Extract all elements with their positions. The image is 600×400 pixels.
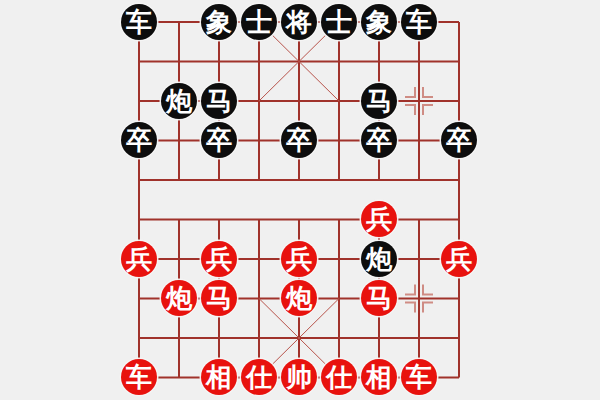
piece-red-rook[interactable]: 车: [121, 359, 157, 395]
piece-red-horse[interactable]: 马: [361, 280, 397, 316]
piece-red-soldier[interactable]: 兵: [281, 241, 317, 277]
piece-red-soldier[interactable]: 兵: [441, 241, 477, 277]
piece-black-soldier[interactable]: 卒: [361, 122, 397, 158]
piece-black-general[interactable]: 将: [281, 4, 317, 40]
piece-black-advisor[interactable]: 士: [241, 4, 277, 40]
piece-red-advisor[interactable]: 仕: [321, 359, 357, 395]
piece-black-soldier[interactable]: 卒: [281, 122, 317, 158]
piece-black-soldier[interactable]: 卒: [441, 122, 477, 158]
inner-file-lines: [179, 22, 419, 378]
xiangqi-board[interactable]: 车象士将士象车炮马马卒卒卒卒卒兵兵兵兵炮兵炮马炮马车相仕帅仕相车: [0, 0, 600, 400]
piece-red-soldier[interactable]: 兵: [121, 241, 157, 277]
piece-red-elephant[interactable]: 相: [201, 359, 237, 395]
piece-red-soldier[interactable]: 兵: [361, 201, 397, 237]
piece-black-advisor[interactable]: 士: [321, 4, 357, 40]
board-grid: [137, 20, 461, 380]
piece-black-cannon[interactable]: 炮: [161, 83, 197, 119]
piece-red-rook[interactable]: 车: [401, 359, 437, 395]
piece-black-rook[interactable]: 车: [401, 4, 437, 40]
piece-black-rook[interactable]: 车: [121, 4, 157, 40]
piece-red-cannon[interactable]: 炮: [161, 280, 197, 316]
piece-red-elephant[interactable]: 相: [361, 359, 397, 395]
piece-black-horse[interactable]: 马: [201, 83, 237, 119]
piece-red-soldier[interactable]: 兵: [201, 241, 237, 277]
piece-red-general[interactable]: 帅: [281, 359, 317, 395]
piece-red-advisor[interactable]: 仕: [241, 359, 277, 395]
piece-red-cannon[interactable]: 炮: [281, 280, 317, 316]
piece-black-cannon[interactable]: 炮: [361, 241, 397, 277]
piece-black-elephant[interactable]: 象: [361, 4, 397, 40]
piece-black-soldier[interactable]: 卒: [121, 122, 157, 158]
piece-black-elephant[interactable]: 象: [201, 4, 237, 40]
piece-red-horse[interactable]: 马: [201, 280, 237, 316]
piece-black-horse[interactable]: 马: [361, 83, 397, 119]
piece-black-soldier[interactable]: 卒: [201, 122, 237, 158]
